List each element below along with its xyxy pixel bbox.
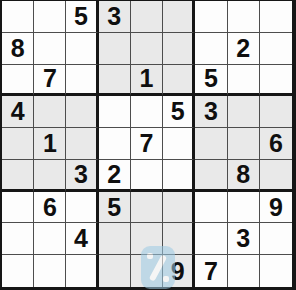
cell-r2c1[interactable]: 8 [2, 33, 34, 65]
cell-r4c4[interactable] [99, 96, 131, 128]
cell-r9c9[interactable] [260, 255, 292, 287]
cell-r1c3[interactable]: 5 [66, 1, 98, 33]
cell-r9c1[interactable] [2, 255, 34, 287]
cell-r5c9[interactable]: 6 [260, 128, 292, 160]
cell-r4c1[interactable]: 4 [2, 96, 34, 128]
cell-r3c9[interactable] [260, 65, 292, 97]
cell-r1c9[interactable] [260, 1, 292, 33]
cell-r2c4[interactable] [99, 33, 131, 65]
cell-r4c8[interactable] [228, 96, 260, 128]
cell-r9c8[interactable] [228, 255, 260, 287]
cell-r1c6[interactable] [163, 1, 195, 33]
cell-r4c5[interactable] [131, 96, 163, 128]
cell-r2c9[interactable] [260, 33, 292, 65]
cell-r3c6[interactable] [163, 65, 195, 97]
cell-r6c3[interactable]: 3 [66, 160, 98, 192]
cell-r4c2[interactable] [34, 96, 66, 128]
cell-r2c6[interactable] [163, 33, 195, 65]
cell-r7c9[interactable]: 9 [260, 192, 292, 224]
cell-r9c3[interactable] [66, 255, 98, 287]
cell-r8c1[interactable] [2, 223, 34, 255]
cell-r5c7[interactable] [195, 128, 227, 160]
cell-r5c5[interactable]: 7 [131, 128, 163, 160]
sudoku-board: 53827154531763286594397 [0, 0, 296, 290]
cell-r1c4[interactable]: 3 [99, 1, 131, 33]
cell-r7c1[interactable] [2, 192, 34, 224]
cell-r7c5[interactable] [131, 192, 163, 224]
cell-r3c7[interactable]: 5 [195, 65, 227, 97]
cell-r8c9[interactable] [260, 223, 292, 255]
cell-r5c3[interactable] [66, 128, 98, 160]
cell-r6c9[interactable] [260, 160, 292, 192]
cell-r3c2[interactable]: 7 [34, 65, 66, 97]
cell-r3c1[interactable] [2, 65, 34, 97]
sudoku-screenshot: 53827154531763286594397 [0, 0, 296, 290]
cell-r1c1[interactable] [2, 1, 34, 33]
cell-r7c4[interactable]: 5 [99, 192, 131, 224]
cell-r7c7[interactable] [195, 192, 227, 224]
cell-r1c2[interactable] [34, 1, 66, 33]
cell-r2c2[interactable] [34, 33, 66, 65]
cell-r8c2[interactable] [34, 223, 66, 255]
cell-r4c3[interactable] [66, 96, 98, 128]
cell-r6c8[interactable]: 8 [228, 160, 260, 192]
cell-r2c7[interactable] [195, 33, 227, 65]
cell-r6c6[interactable] [163, 160, 195, 192]
cell-r3c4[interactable] [99, 65, 131, 97]
cell-r5c8[interactable] [228, 128, 260, 160]
cell-r4c9[interactable] [260, 96, 292, 128]
cell-r7c8[interactable] [228, 192, 260, 224]
cell-r5c6[interactable] [163, 128, 195, 160]
cell-r9c5[interactable] [131, 255, 163, 287]
cell-r7c2[interactable]: 6 [34, 192, 66, 224]
cell-r4c7[interactable]: 3 [195, 96, 227, 128]
cell-r8c6[interactable] [163, 223, 195, 255]
cell-r5c1[interactable] [2, 128, 34, 160]
cell-r9c2[interactable] [34, 255, 66, 287]
cell-r6c5[interactable] [131, 160, 163, 192]
cell-r8c7[interactable] [195, 223, 227, 255]
cell-r6c1[interactable] [2, 160, 34, 192]
cell-r8c4[interactable] [99, 223, 131, 255]
cell-r2c5[interactable] [131, 33, 163, 65]
cell-r6c4[interactable]: 2 [99, 160, 131, 192]
cell-r5c4[interactable] [99, 128, 131, 160]
cell-r1c5[interactable] [131, 1, 163, 33]
cell-r6c2[interactable] [34, 160, 66, 192]
cell-r2c3[interactable] [66, 33, 98, 65]
cell-r1c7[interactable] [195, 1, 227, 33]
cell-r1c8[interactable] [228, 1, 260, 33]
cell-r8c8[interactable]: 3 [228, 223, 260, 255]
cell-r4c6[interactable]: 5 [163, 96, 195, 128]
cell-r8c5[interactable] [131, 223, 163, 255]
cell-r9c6[interactable]: 9 [163, 255, 195, 287]
cell-r5c2[interactable]: 1 [34, 128, 66, 160]
cell-r3c5[interactable]: 1 [131, 65, 163, 97]
cell-r9c7[interactable]: 7 [195, 255, 227, 287]
cell-r9c4[interactable] [99, 255, 131, 287]
cell-r6c7[interactable] [195, 160, 227, 192]
cell-r3c8[interactable] [228, 65, 260, 97]
cell-r3c3[interactable] [66, 65, 98, 97]
cell-r7c6[interactable] [163, 192, 195, 224]
cell-r2c8[interactable]: 2 [228, 33, 260, 65]
cell-r7c3[interactable] [66, 192, 98, 224]
cell-r8c3[interactable]: 4 [66, 223, 98, 255]
